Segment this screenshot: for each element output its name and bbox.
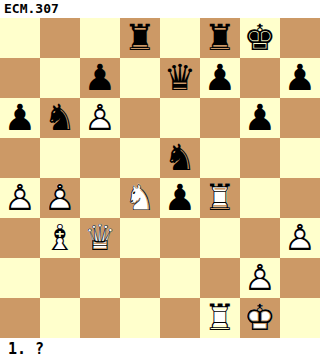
white-king-piece: ♚♔ bbox=[240, 298, 280, 338]
square-f5[interactable] bbox=[200, 138, 240, 178]
square-e4[interactable]: ♟ bbox=[160, 178, 200, 218]
square-h4[interactable] bbox=[280, 178, 320, 218]
square-c7[interactable]: ♟ bbox=[80, 58, 120, 98]
white-pawn-piece: ♟♙ bbox=[0, 178, 40, 218]
square-h5[interactable] bbox=[280, 138, 320, 178]
square-f8[interactable]: ♜ bbox=[200, 18, 240, 58]
square-c1[interactable] bbox=[80, 298, 120, 338]
black-pawn-piece: ♟ bbox=[240, 98, 280, 138]
square-d8[interactable]: ♜ bbox=[120, 18, 160, 58]
square-d3[interactable] bbox=[120, 218, 160, 258]
square-f4[interactable]: ♜♖ bbox=[200, 178, 240, 218]
white-queen-piece: ♛♕ bbox=[80, 218, 120, 258]
chess-board: ♜♜♚♟♛♟♟♟♞♟♙♟♞♟♙♟♙♞♘♟♜♖♝♗♛♕♟♙♟♙♜♖♚♔ bbox=[0, 18, 320, 338]
square-h6[interactable] bbox=[280, 98, 320, 138]
square-d7[interactable] bbox=[120, 58, 160, 98]
square-g6[interactable]: ♟ bbox=[240, 98, 280, 138]
square-b7[interactable] bbox=[40, 58, 80, 98]
puzzle-id: ECM.307 bbox=[0, 0, 59, 18]
black-king-piece: ♚ bbox=[240, 18, 280, 58]
square-b2[interactable] bbox=[40, 258, 80, 298]
square-e6[interactable] bbox=[160, 98, 200, 138]
square-d2[interactable] bbox=[120, 258, 160, 298]
white-pawn-piece: ♟♙ bbox=[240, 258, 280, 298]
white-pawn-piece: ♟♙ bbox=[80, 98, 120, 138]
square-d6[interactable] bbox=[120, 98, 160, 138]
square-c3[interactable]: ♛♕ bbox=[80, 218, 120, 258]
square-a6[interactable]: ♟ bbox=[0, 98, 40, 138]
square-a4[interactable]: ♟♙ bbox=[0, 178, 40, 218]
white-bishop-piece: ♝♗ bbox=[40, 218, 80, 258]
square-g5[interactable] bbox=[240, 138, 280, 178]
chess-app-window: ECM.307 ♜♜♚♟♛♟♟♟♞♟♙♟♞♟♙♟♙♞♘♟♜♖♝♗♛♕♟♙♟♙♜♖… bbox=[0, 0, 320, 360]
square-f2[interactable] bbox=[200, 258, 240, 298]
square-h3[interactable]: ♟♙ bbox=[280, 218, 320, 258]
square-f3[interactable] bbox=[200, 218, 240, 258]
square-c2[interactable] bbox=[80, 258, 120, 298]
square-e7[interactable]: ♛ bbox=[160, 58, 200, 98]
square-a7[interactable] bbox=[0, 58, 40, 98]
square-g3[interactable] bbox=[240, 218, 280, 258]
square-g4[interactable] bbox=[240, 178, 280, 218]
square-b1[interactable] bbox=[40, 298, 80, 338]
status-bar: 1. ? bbox=[0, 338, 320, 360]
square-g2[interactable]: ♟♙ bbox=[240, 258, 280, 298]
square-f7[interactable]: ♟ bbox=[200, 58, 240, 98]
square-g7[interactable] bbox=[240, 58, 280, 98]
black-rook-piece: ♜ bbox=[200, 18, 240, 58]
square-a8[interactable] bbox=[0, 18, 40, 58]
square-b5[interactable] bbox=[40, 138, 80, 178]
square-f6[interactable] bbox=[200, 98, 240, 138]
square-a1[interactable] bbox=[0, 298, 40, 338]
square-c8[interactable] bbox=[80, 18, 120, 58]
square-h8[interactable] bbox=[280, 18, 320, 58]
black-knight-piece: ♞ bbox=[160, 138, 200, 178]
white-rook-piece: ♜♖ bbox=[200, 298, 240, 338]
square-c5[interactable] bbox=[80, 138, 120, 178]
square-e1[interactable] bbox=[160, 298, 200, 338]
black-queen-piece: ♛ bbox=[160, 58, 200, 98]
square-h1[interactable] bbox=[280, 298, 320, 338]
square-e5[interactable]: ♞ bbox=[160, 138, 200, 178]
square-d1[interactable] bbox=[120, 298, 160, 338]
square-a3[interactable] bbox=[0, 218, 40, 258]
black-pawn-piece: ♟ bbox=[160, 178, 200, 218]
square-b4[interactable]: ♟♙ bbox=[40, 178, 80, 218]
square-b8[interactable] bbox=[40, 18, 80, 58]
square-h2[interactable] bbox=[280, 258, 320, 298]
square-a5[interactable] bbox=[0, 138, 40, 178]
black-pawn-piece: ♟ bbox=[200, 58, 240, 98]
square-e2[interactable] bbox=[160, 258, 200, 298]
white-rook-piece: ♜♖ bbox=[200, 178, 240, 218]
white-pawn-piece: ♟♙ bbox=[40, 178, 80, 218]
square-f1[interactable]: ♜♖ bbox=[200, 298, 240, 338]
square-e3[interactable] bbox=[160, 218, 200, 258]
black-rook-piece: ♜ bbox=[120, 18, 160, 58]
square-a2[interactable] bbox=[0, 258, 40, 298]
move-prompt: 1. ? bbox=[0, 338, 44, 360]
black-pawn-piece: ♟ bbox=[280, 58, 320, 98]
square-g1[interactable]: ♚♔ bbox=[240, 298, 280, 338]
white-knight-piece: ♞♘ bbox=[120, 178, 160, 218]
square-b6[interactable]: ♞ bbox=[40, 98, 80, 138]
black-knight-piece: ♞ bbox=[40, 98, 80, 138]
square-d5[interactable] bbox=[120, 138, 160, 178]
square-g8[interactable]: ♚ bbox=[240, 18, 280, 58]
square-e8[interactable] bbox=[160, 18, 200, 58]
square-d4[interactable]: ♞♘ bbox=[120, 178, 160, 218]
black-pawn-piece: ♟ bbox=[80, 58, 120, 98]
title-bar: ECM.307 bbox=[0, 0, 320, 18]
square-b3[interactable]: ♝♗ bbox=[40, 218, 80, 258]
square-c4[interactable] bbox=[80, 178, 120, 218]
white-pawn-piece: ♟♙ bbox=[280, 218, 320, 258]
square-c6[interactable]: ♟♙ bbox=[80, 98, 120, 138]
square-h7[interactable]: ♟ bbox=[280, 58, 320, 98]
black-pawn-piece: ♟ bbox=[0, 98, 40, 138]
